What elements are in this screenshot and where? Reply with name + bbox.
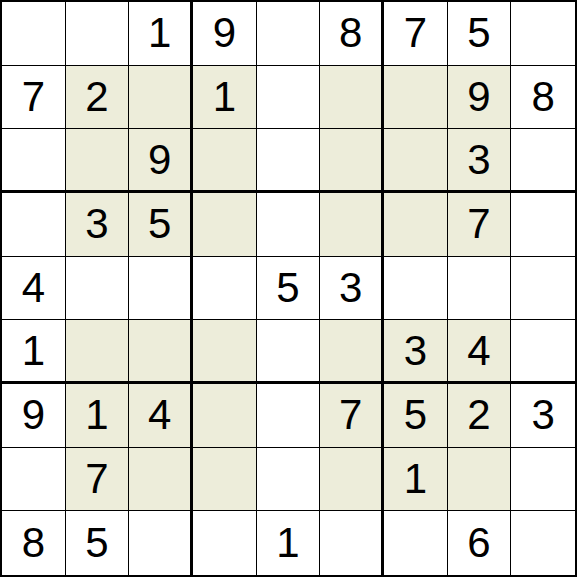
given-digit: 1 <box>22 330 45 372</box>
given-digit: 5 <box>85 522 108 564</box>
cell-r1c6[interactable]: 8 <box>320 2 384 66</box>
given-digit: 1 <box>213 76 236 118</box>
cell-r8c4[interactable] <box>193 448 257 512</box>
cell-r2c7[interactable] <box>384 66 448 130</box>
given-digit: 7 <box>22 76 45 118</box>
cell-r5c8[interactable] <box>448 257 512 321</box>
cell-r4c7[interactable] <box>384 193 448 257</box>
given-digit: 5 <box>276 267 299 309</box>
cell-r6c6[interactable] <box>320 320 384 384</box>
cell-r4c2[interactable]: 3 <box>66 193 130 257</box>
cell-r3c9[interactable] <box>511 129 575 193</box>
cell-r7c4[interactable] <box>193 384 257 448</box>
cell-r4c6[interactable] <box>320 193 384 257</box>
cell-r4c3[interactable]: 5 <box>129 193 193 257</box>
given-digit: 9 <box>148 139 171 181</box>
given-digit: 3 <box>85 203 108 245</box>
cell-r1c4[interactable]: 9 <box>193 2 257 66</box>
given-digit: 3 <box>467 139 490 181</box>
cell-r1c9[interactable] <box>511 2 575 66</box>
cell-r7c6[interactable]: 7 <box>320 384 384 448</box>
cell-r8c3[interactable] <box>129 448 193 512</box>
cell-r6c1[interactable]: 1 <box>2 320 66 384</box>
cell-r5c4[interactable] <box>193 257 257 321</box>
cell-r4c8[interactable]: 7 <box>448 193 512 257</box>
given-digit: 7 <box>85 458 108 500</box>
cell-r3c1[interactable] <box>2 129 66 193</box>
cell-r9c7[interactable] <box>384 511 448 575</box>
cell-r5c2[interactable] <box>66 257 130 321</box>
cell-r3c7[interactable] <box>384 129 448 193</box>
cell-r4c5[interactable] <box>257 193 321 257</box>
cell-r2c8[interactable]: 9 <box>448 66 512 130</box>
cell-r2c4[interactable]: 1 <box>193 66 257 130</box>
given-digit: 9 <box>213 12 236 54</box>
cell-r7c7[interactable]: 5 <box>384 384 448 448</box>
cell-r2c2[interactable]: 2 <box>66 66 130 130</box>
cell-r5c7[interactable] <box>384 257 448 321</box>
given-digit: 5 <box>148 203 171 245</box>
cell-r4c1[interactable] <box>2 193 66 257</box>
cell-r9c2[interactable]: 5 <box>66 511 130 575</box>
cell-r7c2[interactable]: 1 <box>66 384 130 448</box>
given-digit: 3 <box>531 394 554 436</box>
cell-r2c1[interactable]: 7 <box>2 66 66 130</box>
given-digit: 9 <box>467 76 490 118</box>
given-digit: 9 <box>22 394 45 436</box>
cell-r6c7[interactable]: 3 <box>384 320 448 384</box>
cell-r3c2[interactable] <box>66 129 130 193</box>
cell-r5c3[interactable] <box>129 257 193 321</box>
cell-r4c4[interactable] <box>193 193 257 257</box>
cell-r1c1[interactable] <box>2 2 66 66</box>
cell-r6c5[interactable] <box>257 320 321 384</box>
cell-r1c8[interactable]: 5 <box>448 2 512 66</box>
cell-r7c1[interactable]: 9 <box>2 384 66 448</box>
cell-r2c9[interactable]: 8 <box>511 66 575 130</box>
cell-r6c8[interactable]: 4 <box>448 320 512 384</box>
cell-r1c5[interactable] <box>257 2 321 66</box>
cell-r9c5[interactable]: 1 <box>257 511 321 575</box>
cell-r2c6[interactable] <box>320 66 384 130</box>
given-digit: 4 <box>22 267 45 309</box>
cell-r8c7[interactable]: 1 <box>384 448 448 512</box>
cell-r6c4[interactable] <box>193 320 257 384</box>
given-digit: 4 <box>467 330 490 372</box>
given-digit: 8 <box>339 12 362 54</box>
cell-r1c2[interactable] <box>66 2 130 66</box>
given-digit: 5 <box>467 12 490 54</box>
given-digit: 1 <box>276 522 299 564</box>
given-digit: 1 <box>85 394 108 436</box>
cell-r8c2[interactable]: 7 <box>66 448 130 512</box>
sudoku-board: 1987572198933574531349147523718516 <box>0 0 577 577</box>
cell-r6c2[interactable] <box>66 320 130 384</box>
given-digit: 1 <box>404 458 427 500</box>
cell-r7c5[interactable] <box>257 384 321 448</box>
cell-r6c9[interactable] <box>511 320 575 384</box>
cell-r3c3[interactable]: 9 <box>129 129 193 193</box>
cell-r9c3[interactable] <box>129 511 193 575</box>
given-digit: 1 <box>148 12 171 54</box>
given-digit: 5 <box>404 394 427 436</box>
given-digit: 8 <box>22 522 45 564</box>
cell-r5c6[interactable]: 3 <box>320 257 384 321</box>
cell-r4c9[interactable] <box>511 193 575 257</box>
given-digit: 7 <box>339 394 362 436</box>
given-digit: 6 <box>467 522 490 564</box>
given-digit: 4 <box>148 394 171 436</box>
cell-r9c4[interactable] <box>193 511 257 575</box>
cell-r5c9[interactable] <box>511 257 575 321</box>
cell-r5c5[interactable]: 5 <box>257 257 321 321</box>
cell-r2c5[interactable] <box>257 66 321 130</box>
cell-r1c3[interactable]: 1 <box>129 2 193 66</box>
cell-r9c8[interactable]: 6 <box>448 511 512 575</box>
cell-r8c1[interactable] <box>2 448 66 512</box>
cell-r8c5[interactable] <box>257 448 321 512</box>
cell-r9c1[interactable]: 8 <box>2 511 66 575</box>
cell-r3c4[interactable] <box>193 129 257 193</box>
cell-r8c9[interactable] <box>511 448 575 512</box>
cell-r7c9[interactable]: 3 <box>511 384 575 448</box>
cell-r1c7[interactable]: 7 <box>384 2 448 66</box>
cell-r5c1[interactable]: 4 <box>2 257 66 321</box>
cell-r9c6[interactable] <box>320 511 384 575</box>
cell-r9c9[interactable] <box>511 511 575 575</box>
given-digit: 3 <box>404 330 427 372</box>
cell-r3c5[interactable] <box>257 129 321 193</box>
given-digit: 3 <box>339 267 362 309</box>
cell-r2c3[interactable] <box>129 66 193 130</box>
given-digit: 8 <box>531 76 554 118</box>
cell-r3c8[interactable]: 3 <box>448 129 512 193</box>
cell-r8c6[interactable] <box>320 448 384 512</box>
given-digit: 7 <box>404 12 427 54</box>
given-digit: 7 <box>467 203 490 245</box>
cell-r7c8[interactable]: 2 <box>448 384 512 448</box>
cell-r6c3[interactable] <box>129 320 193 384</box>
cell-r7c3[interactable]: 4 <box>129 384 193 448</box>
given-digit: 2 <box>467 394 490 436</box>
given-digit: 2 <box>85 76 108 118</box>
cell-r3c6[interactable] <box>320 129 384 193</box>
cell-r8c8[interactable] <box>448 448 512 512</box>
